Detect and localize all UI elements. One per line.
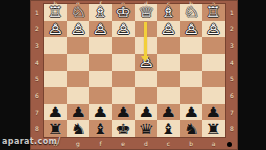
piece-wP: ♙ [70, 21, 86, 37]
video-frame: ♖♘♗♔♕♗♘♖♙♙♙♙♙♙♙♙♟♟♟♟♟♟♟♟♜♞♝♚♛♝♞♜ 1234567… [0, 0, 266, 150]
piece-bK: ♚ [115, 121, 131, 137]
board: ♖♘♗♔♕♗♘♖♙♙♙♙♙♙♙♙♟♟♟♟♟♟♟♟♜♞♝♚♛♝♞♜ [44, 4, 225, 137]
square-d7[interactable]: ♟ [135, 104, 158, 121]
piece-bN: ♞ [183, 121, 199, 137]
piece-bP: ♟ [93, 104, 109, 120]
piece-bP: ♟ [160, 104, 176, 120]
piece-bR: ♜ [206, 121, 222, 137]
square-g5[interactable] [67, 71, 90, 88]
square-d1[interactable]: ♕ [135, 4, 158, 21]
piece-wP: ♙ [206, 21, 222, 37]
piece-bP: ♟ [70, 104, 86, 120]
rank-label-6: 6 [225, 87, 238, 104]
rank-label-6: 6 [30, 87, 44, 104]
square-a7[interactable]: ♟ [202, 104, 225, 121]
square-b6[interactable] [180, 87, 203, 104]
piece-wB: ♗ [160, 4, 176, 20]
file-label-d: d [135, 0, 158, 4]
watermark-text: aparat.com/ [2, 137, 61, 146]
file-labels-top: hgfedcba [44, 0, 225, 4]
square-d6[interactable] [135, 87, 158, 104]
piece-wP: ♙ [47, 21, 63, 37]
piece-bB: ♝ [93, 121, 109, 137]
move-arrow-head-icon [141, 56, 149, 62]
rank-labels-right: 12345678 [225, 4, 238, 137]
square-g1[interactable]: ♘ [67, 4, 90, 21]
piece-wB: ♗ [93, 4, 109, 20]
square-f3[interactable] [89, 37, 112, 54]
piece-wQ: ♕ [138, 4, 154, 20]
file-label-g: g [67, 0, 90, 4]
square-b8[interactable]: ♞ [180, 120, 203, 137]
square-c5[interactable] [157, 71, 180, 88]
file-label-b: b [180, 137, 203, 150]
file-label-f: f [89, 0, 112, 4]
square-c1[interactable]: ♗ [157, 4, 180, 21]
rank-label-8: 8 [30, 120, 44, 137]
file-label-h: h [44, 0, 67, 4]
square-a5[interactable] [202, 71, 225, 88]
square-c8[interactable]: ♝ [157, 120, 180, 137]
square-c4[interactable] [157, 54, 180, 71]
piece-wN: ♘ [70, 4, 86, 20]
piece-wN: ♘ [183, 4, 199, 20]
file-label-g: g [67, 137, 90, 150]
piece-bP: ♟ [138, 104, 154, 120]
square-c6[interactable] [157, 87, 180, 104]
square-a4[interactable] [202, 54, 225, 71]
square-f5[interactable] [89, 71, 112, 88]
rank-label-4: 4 [225, 54, 238, 71]
piece-wP: ♙ [160, 21, 176, 37]
file-label-c: c [157, 0, 180, 4]
rank-label-3: 3 [225, 37, 238, 54]
square-h1[interactable]: ♖ [44, 4, 67, 21]
piece-wR: ♖ [206, 4, 222, 20]
rank-label-2: 2 [30, 21, 44, 38]
square-b4[interactable] [180, 54, 203, 71]
piece-wP: ♙ [93, 21, 109, 37]
square-d8[interactable]: ♛ [135, 120, 158, 137]
square-e2[interactable]: ♙ [112, 21, 135, 38]
square-e4[interactable] [112, 54, 135, 71]
piece-bR: ♜ [47, 121, 63, 137]
file-labels-bottom: hgfedcba [44, 137, 225, 150]
rank-label-8: 8 [225, 120, 238, 137]
square-e7[interactable]: ♟ [112, 104, 135, 121]
piece-wK: ♔ [115, 4, 131, 20]
rank-label-3: 3 [30, 37, 44, 54]
square-e8[interactable]: ♚ [112, 120, 135, 137]
square-f8[interactable]: ♝ [89, 120, 112, 137]
square-a8[interactable]: ♜ [202, 120, 225, 137]
file-label-b: b [180, 0, 203, 4]
square-h2[interactable]: ♙ [44, 21, 67, 38]
square-e5[interactable] [112, 71, 135, 88]
square-g3[interactable] [67, 37, 90, 54]
square-h5[interactable] [44, 71, 67, 88]
piece-bP: ♟ [115, 104, 131, 120]
square-g4[interactable] [67, 54, 90, 71]
piece-wP: ♙ [115, 21, 131, 37]
piece-bQ: ♛ [138, 121, 154, 137]
square-f2[interactable]: ♙ [89, 21, 112, 38]
piece-bN: ♞ [70, 121, 86, 137]
square-a3[interactable] [202, 37, 225, 54]
square-g2[interactable]: ♙ [67, 21, 90, 38]
square-b7[interactable]: ♟ [180, 104, 203, 121]
file-label-e: e [112, 137, 135, 150]
rank-label-2: 2 [225, 21, 238, 38]
piece-wR: ♖ [47, 4, 63, 20]
square-a1[interactable]: ♖ [202, 4, 225, 21]
rank-label-7: 7 [225, 104, 238, 121]
rank-label-5: 5 [225, 71, 238, 88]
square-d5[interactable] [135, 71, 158, 88]
file-label-a: a [202, 0, 225, 4]
square-h4[interactable] [44, 54, 67, 71]
piece-bP: ♟ [47, 104, 63, 120]
square-b1[interactable]: ♘ [180, 4, 203, 21]
file-label-f: f [89, 137, 112, 150]
square-b2[interactable]: ♙ [180, 21, 203, 38]
rank-label-1: 1 [30, 4, 44, 21]
square-b3[interactable] [180, 37, 203, 54]
file-label-a: a [202, 137, 225, 150]
square-f1[interactable]: ♗ [89, 4, 112, 21]
square-c3[interactable] [157, 37, 180, 54]
square-h7[interactable]: ♟ [44, 104, 67, 121]
file-label-e: e [112, 0, 135, 4]
square-e1[interactable]: ♔ [112, 4, 135, 21]
square-e3[interactable] [112, 37, 135, 54]
bullet-dot [227, 142, 232, 147]
piece-bP: ♟ [206, 104, 222, 120]
move-arrow-shaft [144, 22, 147, 57]
rank-label-1: 1 [225, 4, 238, 21]
square-g6[interactable] [67, 87, 90, 104]
square-e6[interactable] [112, 87, 135, 104]
rank-label-5: 5 [30, 71, 44, 88]
square-h8[interactable]: ♜ [44, 120, 67, 137]
rank-label-4: 4 [30, 54, 44, 71]
square-f4[interactable] [89, 54, 112, 71]
square-c7[interactable]: ♟ [157, 104, 180, 121]
file-label-c: c [157, 137, 180, 150]
square-a2[interactable]: ♙ [202, 21, 225, 38]
square-f7[interactable]: ♟ [89, 104, 112, 121]
square-b5[interactable] [180, 71, 203, 88]
square-h3[interactable] [44, 37, 67, 54]
rank-label-7: 7 [30, 104, 44, 121]
square-c2[interactable]: ♙ [157, 21, 180, 38]
piece-bB: ♝ [160, 121, 176, 137]
square-g7[interactable]: ♟ [67, 104, 90, 121]
piece-bP: ♟ [183, 104, 199, 120]
square-f6[interactable] [89, 87, 112, 104]
file-label-d: d [135, 137, 158, 150]
board-frame: ♖♘♗♔♕♗♘♖♙♙♙♙♙♙♙♙♟♟♟♟♟♟♟♟♜♞♝♚♛♝♞♜ 1234567… [30, 0, 238, 150]
rank-labels-left: 12345678 [30, 4, 44, 137]
square-g8[interactable]: ♞ [67, 120, 90, 137]
square-a6[interactable] [202, 87, 225, 104]
square-h6[interactable] [44, 87, 67, 104]
piece-wP: ♙ [183, 21, 199, 37]
